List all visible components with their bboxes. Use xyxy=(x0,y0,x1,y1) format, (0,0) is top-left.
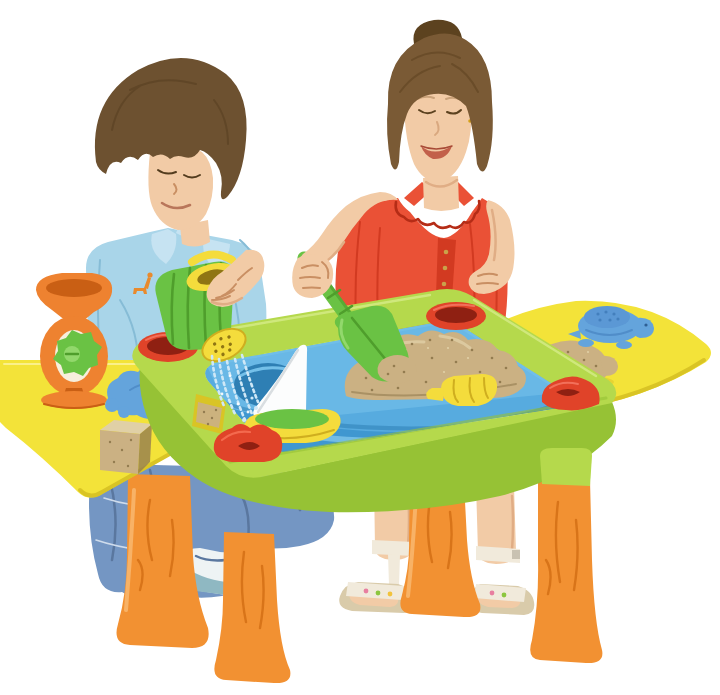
boy-face xyxy=(148,145,213,230)
table-leg-rear-right xyxy=(530,478,602,663)
table-leg-rear-left xyxy=(214,532,290,683)
leg-socket xyxy=(540,448,592,486)
product-photo xyxy=(0,0,720,695)
corner-cup-rear-right xyxy=(426,302,486,330)
sand-cube xyxy=(100,420,152,474)
sandal-buckle xyxy=(512,550,520,559)
photo-canvas xyxy=(0,0,720,695)
